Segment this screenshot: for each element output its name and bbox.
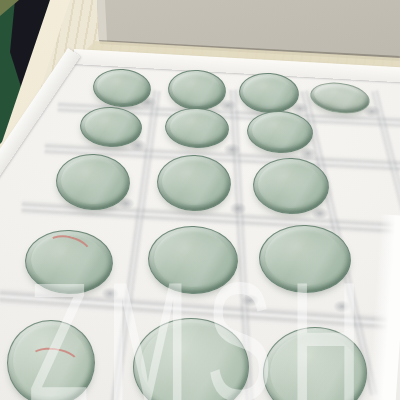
- fiber-marks-layer: [0, 0, 400, 400]
- photo-scene: ZMSH: [0, 0, 400, 400]
- fiber-mark: [41, 231, 95, 272]
- fiber-mark: [26, 345, 81, 380]
